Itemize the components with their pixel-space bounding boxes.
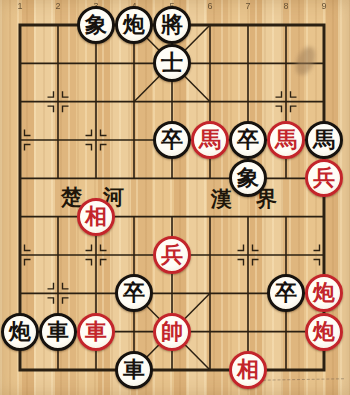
black-chariot[interactable]: 車 xyxy=(39,313,77,351)
black-horse[interactable]: 馬 xyxy=(305,121,343,159)
black-cannon[interactable]: 炮 xyxy=(115,6,153,44)
black-soldier[interactable]: 卒 xyxy=(153,121,191,159)
board-grid: 象炮將士卒馬卒馬馬象兵相兵卒卒炮炮車車帥炮車相 xyxy=(1,6,343,389)
black-advisor[interactable]: 士 xyxy=(153,44,191,82)
red-soldier[interactable]: 兵 xyxy=(305,159,343,197)
black-cannon[interactable]: 炮 xyxy=(1,313,39,351)
red-chariot[interactable]: 車 xyxy=(77,313,115,351)
red-horse[interactable]: 馬 xyxy=(191,121,229,159)
red-cannon[interactable]: 炮 xyxy=(305,313,343,351)
red-cannon[interactable]: 炮 xyxy=(305,274,343,312)
red-general[interactable]: 帥 xyxy=(153,313,191,351)
red-elephant[interactable]: 相 xyxy=(77,198,115,236)
black-elephant[interactable]: 象 xyxy=(229,159,267,197)
red-elephant[interactable]: 相 xyxy=(229,351,267,389)
xiangqi-board: 1 2 3 4 5 6 7 8 9 楚河 漢界 象炮將士卒馬卒馬馬象兵相兵卒卒炮… xyxy=(0,0,350,395)
red-horse[interactable]: 馬 xyxy=(267,121,305,159)
black-soldier[interactable]: 卒 xyxy=(229,121,267,159)
black-chariot[interactable]: 車 xyxy=(115,351,153,389)
black-soldier[interactable]: 卒 xyxy=(267,274,305,312)
red-soldier[interactable]: 兵 xyxy=(153,236,191,274)
black-general[interactable]: 將 xyxy=(153,6,191,44)
black-soldier[interactable]: 卒 xyxy=(115,274,153,312)
black-elephant[interactable]: 象 xyxy=(77,6,115,44)
